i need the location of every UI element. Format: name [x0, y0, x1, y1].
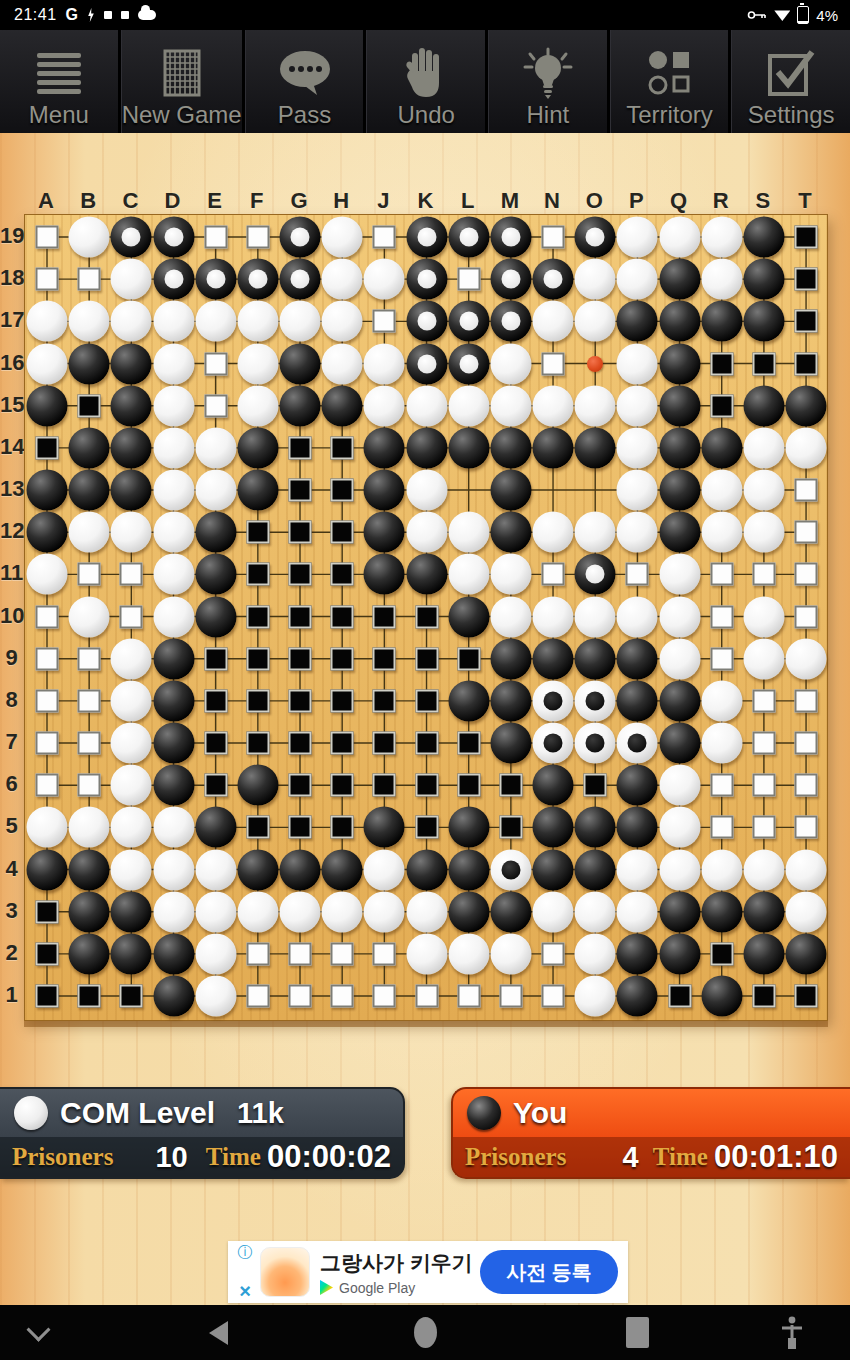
board-point-G18[interactable]	[280, 259, 321, 300]
board-point-H15[interactable]	[322, 385, 363, 426]
board-point-E9[interactable]	[204, 647, 227, 670]
board-point-H16[interactable]	[322, 343, 363, 384]
board-point-K6[interactable]	[415, 774, 438, 797]
board-point-H3[interactable]	[322, 891, 363, 932]
board-point-C8[interactable]	[111, 680, 152, 721]
board-point-R3[interactable]	[701, 891, 742, 932]
board-point-L2[interactable]	[448, 933, 489, 974]
board-point-A8[interactable]	[36, 689, 59, 712]
board-point-O7[interactable]	[575, 723, 616, 764]
hide-navbar-chevron-icon[interactable]	[18, 1305, 58, 1360]
go-board[interactable]	[24, 214, 828, 1021]
board-point-G7[interactable]	[289, 732, 312, 755]
board-point-N12[interactable]	[533, 512, 574, 553]
board-point-P8[interactable]	[617, 680, 658, 721]
board-point-L12[interactable]	[448, 512, 489, 553]
ad-cta-button[interactable]: 사전 등록	[480, 1250, 618, 1294]
board-point-G15[interactable]	[280, 385, 321, 426]
board-point-Q11[interactable]	[659, 554, 700, 595]
board-point-L16[interactable]	[448, 343, 489, 384]
board-point-G11[interactable]	[289, 563, 312, 586]
board-point-J12[interactable]	[364, 512, 405, 553]
board-point-S17[interactable]	[743, 301, 784, 342]
board-point-F11[interactable]	[246, 563, 269, 586]
board-point-N2[interactable]	[542, 942, 565, 965]
home-icon[interactable]	[405, 1305, 445, 1360]
board-point-F18[interactable]	[237, 259, 278, 300]
board-point-P1[interactable]	[617, 976, 658, 1017]
undo-button[interactable]: Undo	[366, 30, 488, 133]
board-point-B15[interactable]	[78, 394, 101, 417]
board-point-D5[interactable]	[153, 807, 194, 848]
board-point-E19[interactable]	[204, 226, 227, 249]
board-point-N4[interactable]	[533, 849, 574, 890]
board-point-B7[interactable]	[78, 732, 101, 755]
board-point-J13[interactable]	[364, 470, 405, 511]
board-point-C9[interactable]	[111, 638, 152, 679]
board-point-B2[interactable]	[69, 933, 110, 974]
board-point-F16[interactable]	[237, 343, 278, 384]
board-point-L15[interactable]	[448, 385, 489, 426]
board-point-P14[interactable]	[617, 427, 658, 468]
board-point-L6[interactable]	[457, 774, 480, 797]
board-point-Q12[interactable]	[659, 512, 700, 553]
board-point-P2[interactable]	[617, 933, 658, 974]
board-point-O10[interactable]	[575, 596, 616, 637]
board-point-F10[interactable]	[246, 605, 269, 628]
board-point-E5[interactable]	[195, 807, 236, 848]
board-point-G10[interactable]	[289, 605, 312, 628]
board-point-A5[interactable]	[27, 807, 68, 848]
board-point-B4[interactable]	[69, 849, 110, 890]
board-point-O13[interactable]	[580, 475, 610, 505]
board-point-F2[interactable]	[246, 942, 269, 965]
board-point-J16[interactable]	[364, 343, 405, 384]
board-point-C15[interactable]	[111, 385, 152, 426]
board-point-G1[interactable]	[289, 985, 312, 1008]
board-point-M3[interactable]	[490, 891, 531, 932]
board-point-R1[interactable]	[701, 976, 742, 1017]
ad-info-icon[interactable]: ⓘ	[238, 1244, 253, 1259]
board-point-H13[interactable]	[331, 479, 354, 502]
board-point-E15[interactable]	[204, 394, 227, 417]
board-point-E8[interactable]	[204, 689, 227, 712]
board-point-M14[interactable]	[490, 427, 531, 468]
board-point-R11[interactable]	[710, 563, 733, 586]
board-point-R2[interactable]	[710, 942, 733, 965]
board-point-C12[interactable]	[111, 512, 152, 553]
board-point-C2[interactable]	[111, 933, 152, 974]
board-point-J6[interactable]	[373, 774, 396, 797]
board-point-P4[interactable]	[617, 849, 658, 890]
board-point-G8[interactable]	[289, 689, 312, 712]
board-point-D9[interactable]	[153, 638, 194, 679]
board-point-M13[interactable]	[490, 470, 531, 511]
board-point-A12[interactable]	[27, 512, 68, 553]
board-point-O12[interactable]	[575, 512, 616, 553]
board-point-K18[interactable]	[406, 259, 447, 300]
board-point-Q9[interactable]	[659, 638, 700, 679]
board-point-E1[interactable]	[195, 976, 236, 1017]
board-point-P12[interactable]	[617, 512, 658, 553]
board-point-B6[interactable]	[78, 774, 101, 797]
board-point-J18[interactable]	[364, 259, 405, 300]
board-point-N19[interactable]	[542, 226, 565, 249]
board-point-D15[interactable]	[153, 385, 194, 426]
board-point-O4[interactable]	[575, 849, 616, 890]
board-point-G13[interactable]	[289, 479, 312, 502]
menu-button[interactable]: Menu	[0, 30, 121, 133]
board-point-B5[interactable]	[69, 807, 110, 848]
board-point-P11[interactable]	[626, 563, 649, 586]
board-point-F13[interactable]	[237, 470, 278, 511]
board-point-P13[interactable]	[617, 470, 658, 511]
board-point-R12[interactable]	[701, 512, 742, 553]
board-point-L14[interactable]	[448, 427, 489, 468]
board-point-R7[interactable]	[701, 723, 742, 764]
board-point-Q5[interactable]	[659, 807, 700, 848]
board-point-K11[interactable]	[406, 554, 447, 595]
board-point-Q8[interactable]	[659, 680, 700, 721]
board-point-H4[interactable]	[322, 849, 363, 890]
board-point-D10[interactable]	[153, 596, 194, 637]
board-point-T8[interactable]	[795, 689, 818, 712]
pass-button[interactable]: Pass	[245, 30, 367, 133]
board-point-B17[interactable]	[69, 301, 110, 342]
board-point-O1[interactable]	[575, 976, 616, 1017]
board-point-O9[interactable]	[575, 638, 616, 679]
board-point-C14[interactable]	[111, 427, 152, 468]
board-point-P19[interactable]	[617, 217, 658, 258]
board-point-O11[interactable]	[575, 554, 616, 595]
board-point-Q16[interactable]	[659, 343, 700, 384]
board-point-N13[interactable]	[538, 475, 568, 505]
board-point-M6[interactable]	[499, 774, 522, 797]
board-point-Q6[interactable]	[659, 765, 700, 806]
board-point-L13[interactable]	[454, 475, 484, 505]
hint-button[interactable]: Hint	[488, 30, 610, 133]
ad-close-icon[interactable]: ×	[239, 1282, 251, 1300]
board-point-S3[interactable]	[743, 891, 784, 932]
board-point-P16[interactable]	[617, 343, 658, 384]
board-point-H12[interactable]	[331, 521, 354, 544]
board-point-Q10[interactable]	[659, 596, 700, 637]
board-point-Q14[interactable]	[659, 427, 700, 468]
board-point-F1[interactable]	[246, 985, 269, 1008]
board-point-R8[interactable]	[701, 680, 742, 721]
board-point-A18[interactable]	[36, 268, 59, 291]
board-point-H14[interactable]	[331, 436, 354, 459]
board-point-F4[interactable]	[237, 849, 278, 890]
board-point-C5[interactable]	[111, 807, 152, 848]
board-point-R10[interactable]	[710, 605, 733, 628]
board-point-A16[interactable]	[27, 343, 68, 384]
board-point-L8[interactable]	[448, 680, 489, 721]
board-point-A15[interactable]	[27, 385, 68, 426]
board-point-T4[interactable]	[786, 849, 827, 890]
board-point-K12[interactable]	[406, 512, 447, 553]
board-point-A7[interactable]	[36, 732, 59, 755]
board-point-S7[interactable]	[752, 732, 775, 755]
board-point-N7[interactable]	[533, 723, 574, 764]
board-point-A19[interactable]	[36, 226, 59, 249]
board-point-A11[interactable]	[27, 554, 68, 595]
board-point-J11[interactable]	[364, 554, 405, 595]
board-point-G14[interactable]	[289, 436, 312, 459]
board-point-H11[interactable]	[331, 563, 354, 586]
board-point-K15[interactable]	[406, 385, 447, 426]
board-point-M5[interactable]	[499, 816, 522, 839]
board-point-N16[interactable]	[542, 352, 565, 375]
board-point-E14[interactable]	[195, 427, 236, 468]
board-point-P5[interactable]	[617, 807, 658, 848]
board-point-R5[interactable]	[710, 816, 733, 839]
board-point-Q15[interactable]	[659, 385, 700, 426]
board-point-M1[interactable]	[499, 985, 522, 1008]
board-point-K17[interactable]	[406, 301, 447, 342]
board-point-L3[interactable]	[448, 891, 489, 932]
board-point-M18[interactable]	[490, 259, 531, 300]
board-point-N3[interactable]	[533, 891, 574, 932]
board-point-O15[interactable]	[575, 385, 616, 426]
board-point-A17[interactable]	[27, 301, 68, 342]
board-point-N11[interactable]	[542, 563, 565, 586]
board-point-C11[interactable]	[120, 563, 143, 586]
board-point-R17[interactable]	[701, 301, 742, 342]
board-point-O5[interactable]	[575, 807, 616, 848]
board-point-N1[interactable]	[542, 985, 565, 1008]
board-point-C6[interactable]	[111, 765, 152, 806]
board-point-D12[interactable]	[153, 512, 194, 553]
board-point-A9[interactable]	[36, 647, 59, 670]
board-point-J19[interactable]	[373, 226, 396, 249]
board-point-Q3[interactable]	[659, 891, 700, 932]
board-point-M9[interactable]	[490, 638, 531, 679]
board-point-H18[interactable]	[322, 259, 363, 300]
board-point-M12[interactable]	[490, 512, 531, 553]
board-point-J4[interactable]	[364, 849, 405, 890]
board-point-O17[interactable]	[575, 301, 616, 342]
board-point-T16[interactable]	[795, 352, 818, 375]
board-point-S10[interactable]	[743, 596, 784, 637]
board-point-L17[interactable]	[448, 301, 489, 342]
board-point-B10[interactable]	[69, 596, 110, 637]
board-point-F5[interactable]	[246, 816, 269, 839]
board-point-J8[interactable]	[373, 689, 396, 712]
board-point-B16[interactable]	[69, 343, 110, 384]
board-point-K9[interactable]	[415, 647, 438, 670]
board-point-E4[interactable]	[195, 849, 236, 890]
board-point-A1[interactable]	[36, 985, 59, 1008]
board-point-S4[interactable]	[743, 849, 784, 890]
board-point-G16[interactable]	[280, 343, 321, 384]
board-point-F3[interactable]	[237, 891, 278, 932]
board-point-B14[interactable]	[69, 427, 110, 468]
board-point-N10[interactable]	[533, 596, 574, 637]
board-point-C13[interactable]	[111, 470, 152, 511]
board-point-F7[interactable]	[246, 732, 269, 755]
board-point-A3[interactable]	[36, 900, 59, 923]
board-point-E10[interactable]	[195, 596, 236, 637]
board-point-D17[interactable]	[153, 301, 194, 342]
board-point-S11[interactable]	[752, 563, 775, 586]
board-point-T6[interactable]	[795, 774, 818, 797]
board-point-L4[interactable]	[448, 849, 489, 890]
board-point-P3[interactable]	[617, 891, 658, 932]
board-point-R15[interactable]	[710, 394, 733, 417]
board-point-M10[interactable]	[490, 596, 531, 637]
board-point-T19[interactable]	[795, 226, 818, 249]
board-point-T5[interactable]	[795, 816, 818, 839]
board-point-K19[interactable]	[406, 217, 447, 258]
board-point-O2[interactable]	[575, 933, 616, 974]
board-point-J3[interactable]	[364, 891, 405, 932]
board-point-D11[interactable]	[153, 554, 194, 595]
board-point-M7[interactable]	[490, 723, 531, 764]
board-point-B8[interactable]	[78, 689, 101, 712]
board-point-L10[interactable]	[448, 596, 489, 637]
board-point-Q7[interactable]	[659, 723, 700, 764]
board-point-P9[interactable]	[617, 638, 658, 679]
board-point-E18[interactable]	[195, 259, 236, 300]
board-point-O16[interactable]	[587, 356, 603, 372]
board-point-L5[interactable]	[448, 807, 489, 848]
board-point-R6[interactable]	[710, 774, 733, 797]
board-point-H1[interactable]	[331, 985, 354, 1008]
board-point-R4[interactable]	[701, 849, 742, 890]
board-point-Q4[interactable]	[659, 849, 700, 890]
board-point-T17[interactable]	[795, 310, 818, 333]
board-point-C7[interactable]	[111, 723, 152, 764]
accessibility-icon[interactable]	[772, 1305, 812, 1360]
board-point-K8[interactable]	[415, 689, 438, 712]
board-point-C10[interactable]	[120, 605, 143, 628]
board-point-D6[interactable]	[153, 765, 194, 806]
board-point-L18[interactable]	[457, 268, 480, 291]
board-point-Q1[interactable]	[668, 985, 691, 1008]
board-point-T18[interactable]	[795, 268, 818, 291]
board-point-L19[interactable]	[448, 217, 489, 258]
board-point-N5[interactable]	[533, 807, 574, 848]
new-game-button[interactable]: New Game	[121, 30, 245, 133]
board-point-K1[interactable]	[415, 985, 438, 1008]
board-point-J17[interactable]	[373, 310, 396, 333]
board-point-F15[interactable]	[237, 385, 278, 426]
board-point-K5[interactable]	[415, 816, 438, 839]
board-point-S9[interactable]	[743, 638, 784, 679]
back-icon[interactable]	[198, 1305, 238, 1360]
board-point-J2[interactable]	[373, 942, 396, 965]
board-point-M2[interactable]	[490, 933, 531, 974]
board-point-Q19[interactable]	[659, 217, 700, 258]
board-point-S13[interactable]	[743, 470, 784, 511]
board-point-P15[interactable]	[617, 385, 658, 426]
board-point-L9[interactable]	[457, 647, 480, 670]
board-point-Q18[interactable]	[659, 259, 700, 300]
board-point-C16[interactable]	[111, 343, 152, 384]
board-point-S2[interactable]	[743, 933, 784, 974]
board-point-G5[interactable]	[289, 816, 312, 839]
board-point-D3[interactable]	[153, 891, 194, 932]
board-point-H17[interactable]	[322, 301, 363, 342]
board-point-N18[interactable]	[533, 259, 574, 300]
board-point-L1[interactable]	[457, 985, 480, 1008]
board-point-M8[interactable]	[490, 680, 531, 721]
board-point-H6[interactable]	[331, 774, 354, 797]
board-point-G9[interactable]	[289, 647, 312, 670]
board-point-R18[interactable]	[701, 259, 742, 300]
board-point-H8[interactable]	[331, 689, 354, 712]
recents-icon[interactable]	[617, 1305, 657, 1360]
board-point-F14[interactable]	[237, 427, 278, 468]
board-point-C19[interactable]	[111, 217, 152, 258]
board-point-D1[interactable]	[153, 976, 194, 1017]
board-point-T13[interactable]	[795, 479, 818, 502]
board-point-L11[interactable]	[448, 554, 489, 595]
board-point-S18[interactable]	[743, 259, 784, 300]
board-point-P10[interactable]	[617, 596, 658, 637]
board-point-S15[interactable]	[743, 385, 784, 426]
board-point-B18[interactable]	[78, 268, 101, 291]
board-point-S1[interactable]	[752, 985, 775, 1008]
board-point-T3[interactable]	[786, 891, 827, 932]
board-point-N8[interactable]	[533, 680, 574, 721]
board-point-D18[interactable]	[153, 259, 194, 300]
board-point-H9[interactable]	[331, 647, 354, 670]
board-point-S8[interactable]	[752, 689, 775, 712]
board-point-A14[interactable]	[36, 436, 59, 459]
board-point-T7[interactable]	[795, 732, 818, 755]
board-point-D8[interactable]	[153, 680, 194, 721]
board-point-A10[interactable]	[36, 605, 59, 628]
board-point-B13[interactable]	[69, 470, 110, 511]
board-point-S14[interactable]	[743, 427, 784, 468]
board-point-N14[interactable]	[533, 427, 574, 468]
board-point-O19[interactable]	[575, 217, 616, 258]
board-point-K14[interactable]	[406, 427, 447, 468]
board-point-R16[interactable]	[710, 352, 733, 375]
board-point-M11[interactable]	[490, 554, 531, 595]
board-point-D7[interactable]	[153, 723, 194, 764]
board-point-A2[interactable]	[36, 942, 59, 965]
board-point-E13[interactable]	[195, 470, 236, 511]
board-point-E17[interactable]	[195, 301, 236, 342]
board-point-F6[interactable]	[237, 765, 278, 806]
ad-title[interactable]: 그랑사가 키우기	[320, 1249, 473, 1277]
board-point-T1[interactable]	[795, 985, 818, 1008]
board-point-G4[interactable]	[280, 849, 321, 890]
board-point-T14[interactable]	[786, 427, 827, 468]
board-point-P17[interactable]	[617, 301, 658, 342]
board-point-K16[interactable]	[406, 343, 447, 384]
board-point-N17[interactable]	[533, 301, 574, 342]
board-point-G19[interactable]	[280, 217, 321, 258]
board-point-H19[interactable]	[322, 217, 363, 258]
board-point-E7[interactable]	[204, 732, 227, 755]
board-point-O6[interactable]	[584, 774, 607, 797]
board-point-A13[interactable]	[27, 470, 68, 511]
board-point-R19[interactable]	[701, 217, 742, 258]
board-point-M19[interactable]	[490, 217, 531, 258]
board-point-S19[interactable]	[743, 217, 784, 258]
board-point-N15[interactable]	[533, 385, 574, 426]
board-point-C18[interactable]	[111, 259, 152, 300]
board-point-B1[interactable]	[78, 985, 101, 1008]
board-point-Q17[interactable]	[659, 301, 700, 342]
board-point-E6[interactable]	[204, 774, 227, 797]
board-point-O3[interactable]	[575, 891, 616, 932]
board-point-S6[interactable]	[752, 774, 775, 797]
